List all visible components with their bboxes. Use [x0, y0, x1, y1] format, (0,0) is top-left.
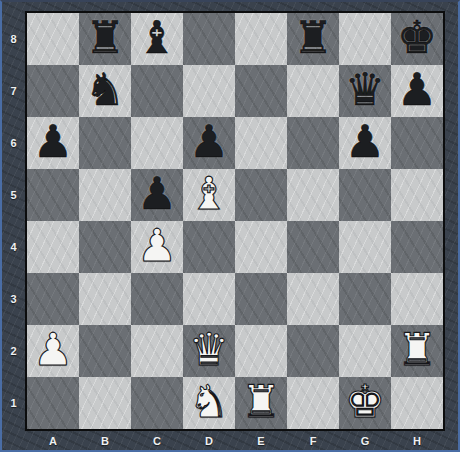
square-h6[interactable]	[391, 117, 443, 169]
square-c5[interactable]: ♟	[131, 169, 183, 221]
black-pawn-a6[interactable]: ♟	[33, 117, 73, 167]
square-f4[interactable]	[287, 221, 339, 273]
file-label-g: G	[339, 431, 391, 450]
white-bishop-d5[interactable]: ♝	[189, 169, 229, 219]
black-pawn-c5[interactable]: ♟	[137, 169, 177, 219]
square-h5[interactable]	[391, 169, 443, 221]
file-label-f: F	[287, 431, 339, 450]
file-labels: ABCDEFGH	[27, 431, 443, 450]
square-d1[interactable]: ♞	[183, 377, 235, 429]
square-f1[interactable]	[287, 377, 339, 429]
square-a5[interactable]	[27, 169, 79, 221]
square-g6[interactable]: ♟	[339, 117, 391, 169]
square-e7[interactable]	[235, 65, 287, 117]
square-h8[interactable]: ♚	[391, 13, 443, 65]
square-a4[interactable]	[27, 221, 79, 273]
black-pawn-d6[interactable]: ♟	[189, 117, 229, 167]
file-label-a: A	[27, 431, 79, 450]
square-a3[interactable]	[27, 273, 79, 325]
rank-label-8: 8	[2, 13, 25, 65]
black-bishop-c8[interactable]: ♝	[137, 13, 177, 63]
square-d3[interactable]	[183, 273, 235, 325]
square-b4[interactable]	[79, 221, 131, 273]
square-d4[interactable]	[183, 221, 235, 273]
white-knight-d1[interactable]: ♞	[189, 377, 229, 427]
square-g1[interactable]: ♚	[339, 377, 391, 429]
square-g2[interactable]	[339, 325, 391, 377]
square-f5[interactable]	[287, 169, 339, 221]
black-queen-g7[interactable]: ♛	[345, 65, 385, 115]
square-f3[interactable]	[287, 273, 339, 325]
white-pawn-a2[interactable]: ♟	[33, 325, 73, 375]
square-d2[interactable]: ♛	[183, 325, 235, 377]
square-b3[interactable]	[79, 273, 131, 325]
file-label-e: E	[235, 431, 287, 450]
square-a1[interactable]	[27, 377, 79, 429]
square-d5[interactable]: ♝	[183, 169, 235, 221]
square-c3[interactable]	[131, 273, 183, 325]
rank-label-1: 1	[2, 377, 25, 429]
square-a8[interactable]	[27, 13, 79, 65]
white-rook-e1[interactable]: ♜	[241, 377, 281, 427]
chess-board-widget: 87654321 ♜♝♜♚♞♛♟♟♟♟♟♝♟♟♛♜♞♜♚ ABCDEFGH	[0, 0, 460, 452]
square-h1[interactable]	[391, 377, 443, 429]
file-label-h: H	[391, 431, 443, 450]
square-f8[interactable]: ♜	[287, 13, 339, 65]
square-d6[interactable]: ♟	[183, 117, 235, 169]
square-c2[interactable]	[131, 325, 183, 377]
square-f6[interactable]	[287, 117, 339, 169]
square-h3[interactable]	[391, 273, 443, 325]
square-h4[interactable]	[391, 221, 443, 273]
square-f7[interactable]	[287, 65, 339, 117]
black-knight-b7[interactable]: ♞	[85, 65, 125, 115]
rank-label-4: 4	[2, 221, 25, 273]
square-f2[interactable]	[287, 325, 339, 377]
white-rook-h2[interactable]: ♜	[397, 325, 437, 375]
square-e8[interactable]	[235, 13, 287, 65]
square-c8[interactable]: ♝	[131, 13, 183, 65]
square-g7[interactable]: ♛	[339, 65, 391, 117]
square-c1[interactable]	[131, 377, 183, 429]
rank-label-2: 2	[2, 325, 25, 377]
rank-label-6: 6	[2, 117, 25, 169]
square-h2[interactable]: ♜	[391, 325, 443, 377]
square-e5[interactable]	[235, 169, 287, 221]
rank-label-5: 5	[2, 169, 25, 221]
black-rook-b8[interactable]: ♜	[85, 13, 125, 63]
square-g5[interactable]	[339, 169, 391, 221]
square-e2[interactable]	[235, 325, 287, 377]
rank-label-7: 7	[2, 65, 25, 117]
white-pawn-c4[interactable]: ♟	[137, 221, 177, 271]
square-e1[interactable]: ♜	[235, 377, 287, 429]
black-rook-f8[interactable]: ♜	[293, 13, 333, 63]
black-king-h8[interactable]: ♚	[397, 13, 437, 63]
rank-labels: 87654321	[2, 13, 25, 429]
black-pawn-g6[interactable]: ♟	[345, 117, 385, 167]
white-queen-d2[interactable]: ♛	[189, 325, 229, 375]
square-c6[interactable]	[131, 117, 183, 169]
square-d7[interactable]	[183, 65, 235, 117]
square-e6[interactable]	[235, 117, 287, 169]
square-b1[interactable]	[79, 377, 131, 429]
square-g3[interactable]	[339, 273, 391, 325]
rank-label-3: 3	[2, 273, 25, 325]
board: ♜♝♜♚♞♛♟♟♟♟♟♝♟♟♛♜♞♜♚	[27, 13, 443, 429]
square-b7[interactable]: ♞	[79, 65, 131, 117]
white-king-g1[interactable]: ♚	[345, 377, 385, 427]
square-c7[interactable]	[131, 65, 183, 117]
black-pawn-h7[interactable]: ♟	[397, 65, 437, 115]
square-g4[interactable]	[339, 221, 391, 273]
square-b5[interactable]	[79, 169, 131, 221]
file-label-b: B	[79, 431, 131, 450]
square-a6[interactable]: ♟	[27, 117, 79, 169]
board-frame: ♜♝♜♚♞♛♟♟♟♟♟♝♟♟♛♜♞♜♚	[25, 11, 445, 431]
square-c4[interactable]: ♟	[131, 221, 183, 273]
square-e4[interactable]	[235, 221, 287, 273]
square-b8[interactable]: ♜	[79, 13, 131, 65]
square-d8[interactable]	[183, 13, 235, 65]
square-b6[interactable]	[79, 117, 131, 169]
square-a7[interactable]	[27, 65, 79, 117]
file-label-d: D	[183, 431, 235, 450]
square-b2[interactable]	[79, 325, 131, 377]
file-label-c: C	[131, 431, 183, 450]
square-e3[interactable]	[235, 273, 287, 325]
square-h7[interactable]: ♟	[391, 65, 443, 117]
square-a2[interactable]: ♟	[27, 325, 79, 377]
square-g8[interactable]	[339, 13, 391, 65]
